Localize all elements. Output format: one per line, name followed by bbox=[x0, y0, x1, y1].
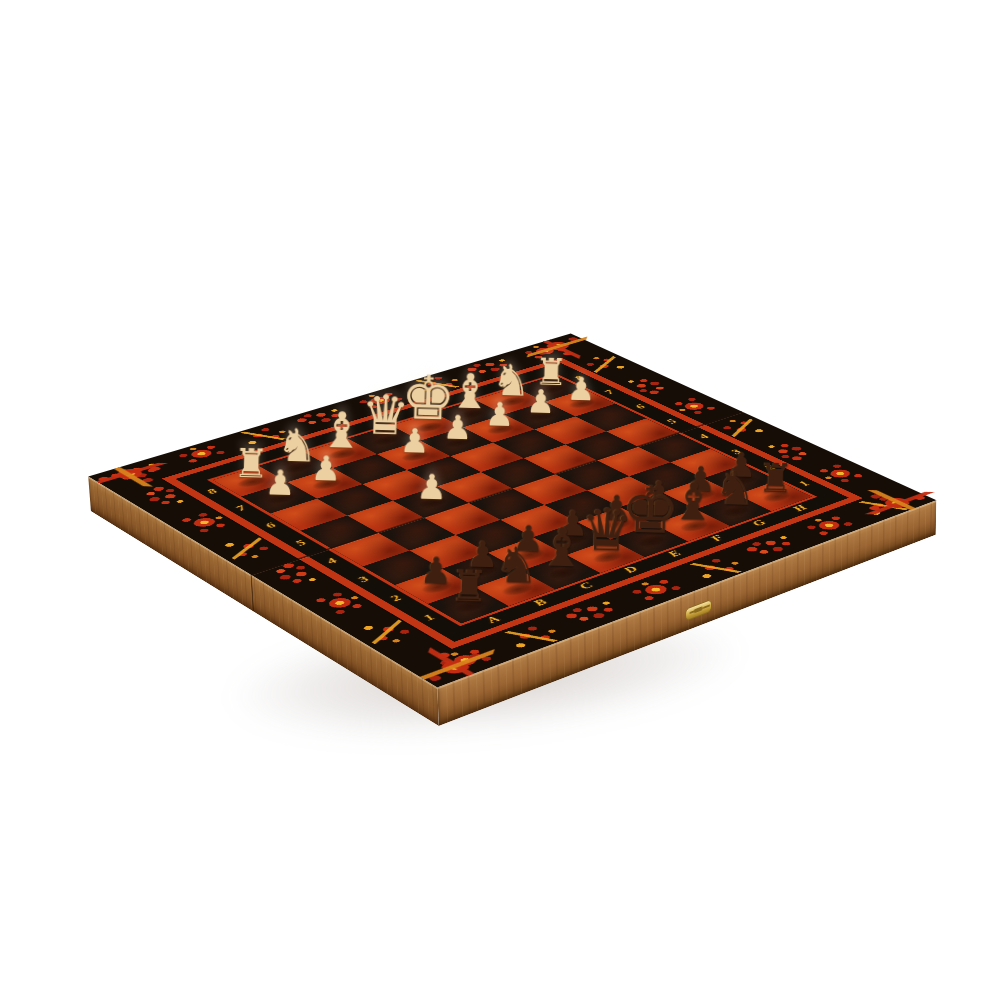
scene: ABCDEFGH8877665544332211 ♜♞♝♛♚♝♞♜♟♟♟♟♟♟♟… bbox=[0, 0, 1000, 1000]
piece-glyph: ♟ bbox=[264, 466, 296, 500]
ornament-corner bbox=[526, 332, 588, 360]
clasp bbox=[685, 599, 712, 622]
chess-box: ABCDEFGH8877665544332211 ♜♞♝♛♚♝♞♜♟♟♟♟♟♟♟… bbox=[88, 333, 936, 687]
board-top: ABCDEFGH8877665544332211 ♜♞♝♛♚♝♞♜♟♟♟♟♟♟♟… bbox=[88, 333, 936, 687]
piece-stand: ♜ bbox=[431, 516, 509, 605]
product-photo: ABCDEFGH8877665544332211 ♜♞♝♛♚♝♞♜♟♟♟♟♟♟♟… bbox=[0, 0, 1000, 1000]
piece-white-pawn: ♟ bbox=[241, 482, 317, 513]
piece-black-rook: ♜ bbox=[428, 587, 509, 623]
piece-glyph: ♜ bbox=[449, 565, 489, 607]
clasp-pin-icon bbox=[694, 606, 703, 613]
pieces-layer: ♜♞♝♛♚♝♞♜♟♟♟♟♟♟♟♟♟♟♟♟♟♟♟♟♜♞♝♛♚♝♞♜ bbox=[88, 333, 936, 687]
hinge-seam-crack bbox=[251, 575, 254, 612]
piece-stand: ♟ bbox=[244, 414, 317, 497]
